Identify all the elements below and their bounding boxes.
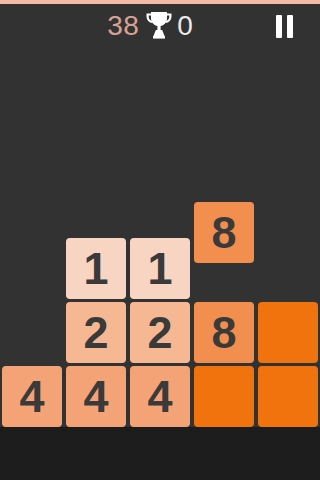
tile-4: 4 xyxy=(2,366,62,427)
trophy-icon xyxy=(145,11,173,41)
tile-2: 2 xyxy=(130,302,190,363)
pause-button[interactable] xyxy=(262,4,306,48)
tile-block xyxy=(194,366,254,427)
tile-1: 1 xyxy=(130,238,190,299)
score-value: 38 xyxy=(107,10,139,42)
tile-4: 4 xyxy=(130,366,190,427)
tile-block xyxy=(258,366,318,427)
tile-8: 8 xyxy=(194,302,254,363)
tile-2: 2 xyxy=(66,302,126,363)
game-board[interactable]: 811228444 xyxy=(0,46,320,430)
tile-8[interactable]: 8 xyxy=(194,202,254,263)
pause-icon xyxy=(276,15,282,38)
header-bar: 38 0 xyxy=(0,4,320,48)
tile-4: 4 xyxy=(66,366,126,427)
tile-block xyxy=(258,302,318,363)
tile-1: 1 xyxy=(66,238,126,299)
bottom-strip xyxy=(0,427,320,480)
pause-icon xyxy=(287,15,293,38)
best-score-value: 0 xyxy=(177,10,193,42)
